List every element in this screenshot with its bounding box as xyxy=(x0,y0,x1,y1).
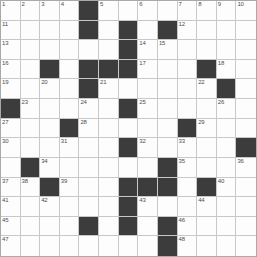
cell-r5c10[interactable] xyxy=(178,79,198,99)
cell-r10c13[interactable] xyxy=(236,178,256,198)
cell-r2c6[interactable] xyxy=(99,21,119,41)
cell-r10c6[interactable] xyxy=(99,178,119,198)
cell-r1c4[interactable]: 4 xyxy=(60,1,80,21)
cell-r5c9[interactable] xyxy=(158,79,178,99)
cell-r11c13[interactable] xyxy=(236,197,256,217)
cell-r10c11 xyxy=(197,178,217,198)
cell-r12c12[interactable] xyxy=(217,217,237,237)
clue-number: 25 xyxy=(139,99,145,106)
clue-number: 7 xyxy=(179,1,182,8)
cell-r11c12[interactable] xyxy=(217,197,237,217)
cell-r1c7[interactable] xyxy=(119,1,139,21)
cell-r5c12 xyxy=(217,79,237,99)
clue-number: 46 xyxy=(179,217,185,224)
cell-r2c5 xyxy=(79,21,99,41)
cell-r13c13[interactable] xyxy=(236,236,256,256)
clue-number: 5 xyxy=(100,1,103,8)
cell-r11c7 xyxy=(119,197,139,217)
clue-number: 34 xyxy=(41,158,47,165)
cell-r11c9[interactable] xyxy=(158,197,178,217)
cell-r8c3[interactable] xyxy=(40,138,60,158)
clue-number: 47 xyxy=(2,236,8,243)
cell-r4c8[interactable]: 17 xyxy=(138,60,158,80)
cell-r8c13 xyxy=(236,138,256,158)
cell-r9c8[interactable] xyxy=(138,158,158,178)
cell-r4c2[interactable] xyxy=(21,60,41,80)
clue-number: 26 xyxy=(218,99,224,106)
cell-r6c2[interactable]: 23 xyxy=(21,99,41,119)
cell-r9c13[interactable]: 36 xyxy=(236,158,256,178)
cell-r2c10[interactable]: 12 xyxy=(178,21,198,41)
cell-r2c9 xyxy=(158,21,178,41)
cell-r5c4[interactable] xyxy=(60,79,80,99)
cell-r6c6[interactable] xyxy=(99,99,119,119)
clue-number: 4 xyxy=(61,1,64,8)
cell-r4c5 xyxy=(79,60,99,80)
cell-r3c7 xyxy=(119,40,139,60)
cell-r12c3[interactable] xyxy=(40,217,60,237)
cell-r4c13[interactable] xyxy=(236,60,256,80)
cell-r10c3 xyxy=(40,178,60,198)
cell-r11c4[interactable] xyxy=(60,197,80,217)
clue-number: 45 xyxy=(2,217,8,224)
cell-r3c2[interactable] xyxy=(21,40,41,60)
clue-number: 40 xyxy=(218,178,224,185)
cell-r7c8[interactable] xyxy=(138,119,158,139)
cell-r10c10[interactable] xyxy=(178,178,198,198)
cell-r1c13[interactable]: 10 xyxy=(236,1,256,21)
cell-r13c4[interactable] xyxy=(60,236,80,256)
cell-r2c2[interactable] xyxy=(21,21,41,41)
cell-r6c3[interactable] xyxy=(40,99,60,119)
cell-r8c11[interactable] xyxy=(197,138,217,158)
cell-r3c5[interactable] xyxy=(79,40,99,60)
cell-r8c2[interactable] xyxy=(21,138,41,158)
cell-r4c11 xyxy=(197,60,217,80)
cell-r12c7 xyxy=(119,217,139,237)
cell-r9c6[interactable] xyxy=(99,158,119,178)
cell-r8c5[interactable] xyxy=(79,138,99,158)
cell-r9c12[interactable] xyxy=(217,158,237,178)
cell-r3c4[interactable] xyxy=(60,40,80,60)
cell-r3c8[interactable]: 14 xyxy=(138,40,158,60)
clue-number: 42 xyxy=(41,197,47,204)
cell-r10c9 xyxy=(158,178,178,198)
clue-number: 27 xyxy=(2,119,8,126)
cell-r3c1[interactable]: 13 xyxy=(1,40,21,60)
clue-number: 33 xyxy=(179,138,185,145)
cell-r6c1 xyxy=(1,99,21,119)
clue-number: 11 xyxy=(2,21,8,28)
cell-r10c4[interactable]: 39 xyxy=(60,178,80,198)
cell-r1c2[interactable]: 2 xyxy=(21,1,41,21)
cell-r8c10[interactable]: 33 xyxy=(178,138,198,158)
clue-number: 43 xyxy=(139,197,145,204)
cell-r3c13[interactable] xyxy=(236,40,256,60)
cell-r9c4[interactable] xyxy=(60,158,80,178)
cell-r12c1[interactable]: 45 xyxy=(1,217,21,237)
cell-r2c1[interactable]: 11 xyxy=(1,21,21,41)
cell-r2c11[interactable] xyxy=(197,21,217,41)
clue-number: 16 xyxy=(2,60,8,67)
cell-r6c7 xyxy=(119,99,139,119)
cell-r12c4[interactable] xyxy=(60,217,80,237)
clue-number: 14 xyxy=(139,40,145,47)
cell-r5c13[interactable] xyxy=(236,79,256,99)
cell-r10c7 xyxy=(119,178,139,198)
cell-r3c9[interactable]: 15 xyxy=(158,40,178,60)
cell-r13c8[interactable] xyxy=(138,236,158,256)
clue-number: 30 xyxy=(2,138,8,145)
cell-r10c5[interactable] xyxy=(79,178,99,198)
clue-number: 23 xyxy=(22,99,28,106)
clue-number: 10 xyxy=(237,1,243,8)
cell-r6c9[interactable] xyxy=(158,99,178,119)
cell-r10c2[interactable]: 38 xyxy=(21,178,41,198)
cell-r2c3[interactable] xyxy=(40,21,60,41)
cell-r7c2[interactable] xyxy=(21,119,41,139)
cell-r11c6[interactable] xyxy=(99,197,119,217)
cell-r12c11[interactable] xyxy=(197,217,217,237)
cell-r1c11[interactable]: 8 xyxy=(197,1,217,21)
clue-number: 17 xyxy=(139,60,145,67)
cell-r13c6[interactable] xyxy=(99,236,119,256)
cell-r8c1[interactable]: 30 xyxy=(1,138,21,158)
cell-r5c5 xyxy=(79,79,99,99)
clue-number: 3 xyxy=(41,1,44,8)
cell-r12c9 xyxy=(158,217,178,237)
cell-r8c12[interactable] xyxy=(217,138,237,158)
clue-number: 19 xyxy=(2,79,8,86)
cell-r12c10[interactable]: 46 xyxy=(178,217,198,237)
clue-number: 35 xyxy=(179,158,185,165)
cell-r8c7 xyxy=(119,138,139,158)
cell-r13c1[interactable]: 47 xyxy=(1,236,21,256)
cell-r4c10[interactable] xyxy=(178,60,198,80)
cell-r12c6[interactable] xyxy=(99,217,119,237)
cell-r9c9 xyxy=(158,158,178,178)
cell-r4c3 xyxy=(40,60,60,80)
cell-r8c8[interactable]: 32 xyxy=(138,138,158,158)
cell-r6c10[interactable] xyxy=(178,99,198,119)
cell-r7c10 xyxy=(178,119,198,139)
cell-r13c11[interactable] xyxy=(197,236,217,256)
cell-r7c13[interactable] xyxy=(236,119,256,139)
clue-number: 8 xyxy=(198,1,201,8)
cell-r2c7 xyxy=(119,21,139,41)
clue-number: 21 xyxy=(100,79,106,86)
cell-r1c1[interactable]: 1 xyxy=(1,1,21,21)
cell-r3c11[interactable] xyxy=(197,40,217,60)
cell-r1c5 xyxy=(79,1,99,21)
clue-number: 38 xyxy=(22,178,28,185)
cell-r12c13[interactable] xyxy=(236,217,256,237)
cell-r12c2[interactable] xyxy=(21,217,41,237)
cell-r4c6 xyxy=(99,60,119,80)
clue-number: 36 xyxy=(237,158,243,165)
cell-r7c3[interactable] xyxy=(40,119,60,139)
cell-r7c4 xyxy=(60,119,80,139)
cell-r5c7[interactable] xyxy=(119,79,139,99)
cell-r9c5[interactable] xyxy=(79,158,99,178)
cell-r13c10[interactable]: 48 xyxy=(178,236,198,256)
cell-r6c11[interactable] xyxy=(197,99,217,119)
clue-number: 44 xyxy=(198,197,204,204)
clue-number: 28 xyxy=(80,119,86,126)
cell-r7c9[interactable] xyxy=(158,119,178,139)
cell-r11c5[interactable] xyxy=(79,197,99,217)
cell-r2c12[interactable] xyxy=(217,21,237,41)
cell-r13c12[interactable] xyxy=(217,236,237,256)
cell-r2c13[interactable] xyxy=(236,21,256,41)
cell-r3c12[interactable] xyxy=(217,40,237,60)
cell-r1c3[interactable]: 3 xyxy=(40,1,60,21)
cell-r7c12[interactable] xyxy=(217,119,237,139)
cell-r7c11[interactable]: 29 xyxy=(197,119,217,139)
clue-number: 39 xyxy=(61,178,67,185)
cell-r4c1[interactable]: 16 xyxy=(1,60,21,80)
clue-number: 24 xyxy=(80,99,86,106)
cell-r1c12[interactable]: 9 xyxy=(217,1,237,21)
clue-number: 2 xyxy=(22,1,25,8)
cell-r3c10[interactable] xyxy=(178,40,198,60)
cell-r9c7[interactable] xyxy=(119,158,139,178)
clue-number: 12 xyxy=(179,21,185,28)
cell-r8c9[interactable] xyxy=(158,138,178,158)
cell-r6c4[interactable] xyxy=(60,99,80,119)
cell-r4c9[interactable] xyxy=(158,60,178,80)
clue-number: 6 xyxy=(139,1,142,8)
cell-r9c3[interactable]: 34 xyxy=(40,158,60,178)
cell-r7c7[interactable] xyxy=(119,119,139,139)
cell-r5c3[interactable]: 20 xyxy=(40,79,60,99)
clue-number: 48 xyxy=(179,236,185,243)
clue-number: 18 xyxy=(218,60,224,67)
cell-r8c6[interactable] xyxy=(99,138,119,158)
clue-number: 41 xyxy=(2,197,8,204)
clue-number: 20 xyxy=(41,79,47,86)
cell-r4c4[interactable] xyxy=(60,60,80,80)
clue-number: 1 xyxy=(2,1,5,8)
cell-r13c7[interactable] xyxy=(119,236,139,256)
cell-r11c2[interactable] xyxy=(21,197,41,217)
cell-r5c1[interactable]: 19 xyxy=(1,79,21,99)
cell-r3c6[interactable] xyxy=(99,40,119,60)
cell-r13c5[interactable] xyxy=(79,236,99,256)
cell-r9c10[interactable]: 35 xyxy=(178,158,198,178)
clue-number: 32 xyxy=(139,138,145,145)
cell-r13c9 xyxy=(158,236,178,256)
cell-r1c10[interactable]: 7 xyxy=(178,1,198,21)
cell-r9c11[interactable] xyxy=(197,158,217,178)
cell-r1c8[interactable]: 6 xyxy=(138,1,158,21)
cell-r10c1[interactable]: 37 xyxy=(1,178,21,198)
cell-r4c7 xyxy=(119,60,139,80)
cell-r1c6[interactable]: 5 xyxy=(99,1,119,21)
cell-r11c11[interactable]: 44 xyxy=(197,197,217,217)
cell-r6c12[interactable]: 26 xyxy=(217,99,237,119)
cell-r9c2 xyxy=(21,158,41,178)
cell-r9c1[interactable] xyxy=(1,158,21,178)
cell-r11c8[interactable]: 43 xyxy=(138,197,158,217)
cell-r7c5[interactable]: 28 xyxy=(79,119,99,139)
clue-number: 9 xyxy=(218,1,221,8)
cell-r11c1[interactable]: 41 xyxy=(1,197,21,217)
cell-r11c3[interactable]: 42 xyxy=(40,197,60,217)
cell-r13c2[interactable] xyxy=(21,236,41,256)
cell-r7c1[interactable]: 27 xyxy=(1,119,21,139)
cell-r5c11[interactable]: 22 xyxy=(197,79,217,99)
cell-r6c13[interactable] xyxy=(236,99,256,119)
clue-number: 22 xyxy=(198,79,204,86)
cell-r13c3[interactable] xyxy=(40,236,60,256)
cell-r5c6[interactable]: 21 xyxy=(99,79,119,99)
crossword-grid: 1234567891011121314151617181920212223242… xyxy=(0,0,257,257)
clue-number: 37 xyxy=(2,178,8,185)
cell-r11c10[interactable] xyxy=(178,197,198,217)
cell-r1c9[interactable] xyxy=(158,1,178,21)
cell-r6c8[interactable]: 25 xyxy=(138,99,158,119)
cell-r12c8[interactable] xyxy=(138,217,158,237)
cell-r8c4[interactable]: 31 xyxy=(60,138,80,158)
cell-r12c5 xyxy=(79,217,99,237)
cell-r6c5[interactable]: 24 xyxy=(79,99,99,119)
cell-r3c3[interactable] xyxy=(40,40,60,60)
cell-r4c12[interactable]: 18 xyxy=(217,60,237,80)
cell-r2c8[interactable] xyxy=(138,21,158,41)
cell-r5c2[interactable] xyxy=(21,79,41,99)
cell-r10c12[interactable]: 40 xyxy=(217,178,237,198)
cell-r10c8 xyxy=(138,178,158,198)
clue-number: 29 xyxy=(198,119,204,126)
clue-number: 15 xyxy=(159,40,165,47)
cell-r2c4[interactable] xyxy=(60,21,80,41)
cell-r7c6[interactable] xyxy=(99,119,119,139)
clue-number: 31 xyxy=(61,138,67,145)
cell-r5c8[interactable] xyxy=(138,79,158,99)
clue-number: 13 xyxy=(2,40,8,47)
